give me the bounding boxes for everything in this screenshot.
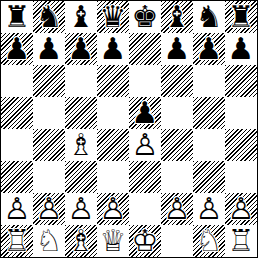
piece-black-bishop: ♝: [161, 1, 193, 33]
piece-black-pawn: ♟: [97, 33, 129, 65]
square-g1[interactable]: ♞♘: [193, 225, 225, 257]
piece-black-knight: ♞: [193, 1, 225, 33]
square-f3[interactable]: [161, 161, 193, 193]
square-d7[interactable]: ♟: [97, 33, 129, 65]
square-a4[interactable]: [1, 129, 33, 161]
square-e2[interactable]: [129, 193, 161, 225]
piece-white-queen: ♛♕: [97, 225, 129, 257]
square-h3[interactable]: [225, 161, 257, 193]
piece-white-pawn: ♟♙: [1, 193, 33, 225]
piece-black-pawn: ♟: [1, 33, 33, 65]
square-c4[interactable]: ♝♗: [65, 129, 97, 161]
square-g4[interactable]: [193, 129, 225, 161]
square-d4[interactable]: [97, 129, 129, 161]
square-b5[interactable]: [33, 97, 65, 129]
square-b8[interactable]: ♞: [33, 1, 65, 33]
square-e7[interactable]: [129, 33, 161, 65]
square-g5[interactable]: [193, 97, 225, 129]
square-d2[interactable]: ♟♙: [97, 193, 129, 225]
piece-black-pawn: ♟: [225, 33, 257, 65]
piece-black-pawn: ♟: [33, 33, 65, 65]
square-b2[interactable]: ♟♙: [33, 193, 65, 225]
square-c7[interactable]: ♟: [65, 33, 97, 65]
chess-board: ♜♞♝♛♚♝♞♜♟♟♟♟♟♟♟♟♝♗♟♙♟♙♟♙♟♙♟♙♟♙♟♙♟♙♜♖♞♘♝♗…: [0, 0, 258, 258]
piece-black-rook: ♜: [1, 1, 33, 33]
square-h4[interactable]: [225, 129, 257, 161]
piece-white-knight: ♞♘: [33, 225, 65, 257]
square-e4[interactable]: ♟♙: [129, 129, 161, 161]
piece-white-rook: ♜♖: [225, 225, 257, 257]
piece-black-queen: ♛: [97, 1, 129, 33]
square-g2[interactable]: ♟♙: [193, 193, 225, 225]
square-e6[interactable]: [129, 65, 161, 97]
square-b3[interactable]: [33, 161, 65, 193]
square-c3[interactable]: [65, 161, 97, 193]
piece-black-bishop: ♝: [65, 1, 97, 33]
square-b7[interactable]: ♟: [33, 33, 65, 65]
piece-white-pawn: ♟♙: [65, 193, 97, 225]
square-a7[interactable]: ♟: [1, 33, 33, 65]
piece-white-bishop: ♝♗: [65, 129, 97, 161]
square-d8[interactable]: ♛: [97, 1, 129, 33]
square-g6[interactable]: [193, 65, 225, 97]
square-c2[interactable]: ♟♙: [65, 193, 97, 225]
square-f6[interactable]: [161, 65, 193, 97]
square-h8[interactable]: ♜: [225, 1, 257, 33]
square-e5[interactable]: ♟: [129, 97, 161, 129]
square-h2[interactable]: ♟♙: [225, 193, 257, 225]
piece-white-pawn: ♟♙: [225, 193, 257, 225]
square-b1[interactable]: ♞♘: [33, 225, 65, 257]
square-c6[interactable]: [65, 65, 97, 97]
square-g3[interactable]: [193, 161, 225, 193]
square-a8[interactable]: ♜: [1, 1, 33, 33]
piece-black-knight: ♞: [33, 1, 65, 33]
square-f1[interactable]: [161, 225, 193, 257]
square-c8[interactable]: ♝: [65, 1, 97, 33]
piece-black-pawn: ♟: [193, 33, 225, 65]
square-d3[interactable]: [97, 161, 129, 193]
square-h5[interactable]: [225, 97, 257, 129]
square-g7[interactable]: ♟: [193, 33, 225, 65]
piece-white-pawn: ♟♙: [161, 193, 193, 225]
square-f4[interactable]: [161, 129, 193, 161]
square-a2[interactable]: ♟♙: [1, 193, 33, 225]
square-c5[interactable]: [65, 97, 97, 129]
square-d5[interactable]: [97, 97, 129, 129]
square-a3[interactable]: [1, 161, 33, 193]
square-a5[interactable]: [1, 97, 33, 129]
square-f5[interactable]: [161, 97, 193, 129]
piece-white-knight: ♞♘: [193, 225, 225, 257]
square-e3[interactable]: [129, 161, 161, 193]
square-c1[interactable]: ♝♗: [65, 225, 97, 257]
piece-black-pawn: ♟: [65, 33, 97, 65]
square-f7[interactable]: ♟: [161, 33, 193, 65]
piece-white-bishop: ♝♗: [65, 225, 97, 257]
square-h6[interactable]: [225, 65, 257, 97]
piece-white-pawn: ♟♙: [193, 193, 225, 225]
square-h7[interactable]: ♟: [225, 33, 257, 65]
square-d6[interactable]: [97, 65, 129, 97]
square-f2[interactable]: ♟♙: [161, 193, 193, 225]
piece-white-king: ♚♔: [129, 225, 161, 257]
square-e1[interactable]: ♚♔: [129, 225, 161, 257]
square-a1[interactable]: ♜♖: [1, 225, 33, 257]
piece-white-pawn: ♟♙: [97, 193, 129, 225]
square-b4[interactable]: [33, 129, 65, 161]
square-f8[interactable]: ♝: [161, 1, 193, 33]
square-e8[interactable]: ♚: [129, 1, 161, 33]
piece-white-pawn: ♟♙: [129, 129, 161, 161]
square-d1[interactable]: ♛♕: [97, 225, 129, 257]
piece-white-pawn: ♟♙: [33, 193, 65, 225]
square-g8[interactable]: ♞: [193, 1, 225, 33]
piece-black-king: ♚: [129, 1, 161, 33]
piece-black-pawn: ♟: [129, 97, 161, 129]
piece-white-rook: ♜♖: [1, 225, 33, 257]
piece-black-rook: ♜: [225, 1, 257, 33]
square-a6[interactable]: [1, 65, 33, 97]
square-h1[interactable]: ♜♖: [225, 225, 257, 257]
square-b6[interactable]: [33, 65, 65, 97]
piece-black-pawn: ♟: [161, 33, 193, 65]
